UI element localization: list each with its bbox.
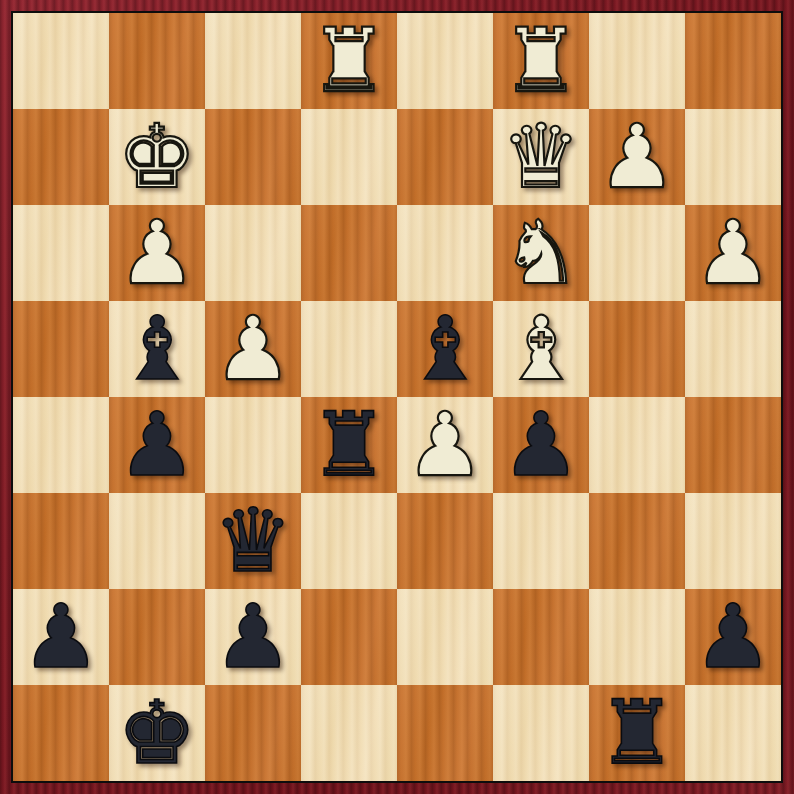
square-f1[interactable]	[493, 685, 589, 781]
black-bishop-piece-b5[interactable]: ♝	[109, 301, 205, 397]
white-pawn-piece-b6[interactable]: ♟	[109, 205, 205, 301]
black-king-piece-b1[interactable]: ♚	[109, 685, 205, 781]
white-pawn-piece-e4[interactable]: ♟	[397, 397, 493, 493]
square-f3[interactable]	[493, 493, 589, 589]
square-f5[interactable]: ♝	[493, 301, 589, 397]
square-c8[interactable]	[205, 13, 301, 109]
white-pawn-piece-c5[interactable]: ♟	[205, 301, 301, 397]
black-bishop-piece-e5[interactable]: ♝	[397, 301, 493, 397]
square-e7[interactable]	[397, 109, 493, 205]
black-rook-piece-d4[interactable]: ♜	[301, 397, 397, 493]
square-h1[interactable]	[685, 685, 781, 781]
square-b2[interactable]	[109, 589, 205, 685]
square-a5[interactable]	[13, 301, 109, 397]
square-h8[interactable]	[685, 13, 781, 109]
square-e2[interactable]	[397, 589, 493, 685]
square-c1[interactable]	[205, 685, 301, 781]
square-a8[interactable]	[13, 13, 109, 109]
square-g2[interactable]	[589, 589, 685, 685]
square-d3[interactable]	[301, 493, 397, 589]
white-king-piece-b7[interactable]: ♚	[109, 109, 205, 205]
square-f4[interactable]: ♟	[493, 397, 589, 493]
square-g4[interactable]	[589, 397, 685, 493]
square-e4[interactable]: ♟	[397, 397, 493, 493]
square-f7[interactable]: ♛	[493, 109, 589, 205]
square-g7[interactable]: ♟	[589, 109, 685, 205]
square-b4[interactable]: ♟	[109, 397, 205, 493]
white-bishop-piece-f5[interactable]: ♝	[493, 301, 589, 397]
black-pawn-piece-f4[interactable]: ♟	[493, 397, 589, 493]
square-a7[interactable]	[13, 109, 109, 205]
square-e1[interactable]	[397, 685, 493, 781]
square-d1[interactable]	[301, 685, 397, 781]
square-g6[interactable]	[589, 205, 685, 301]
white-rook-piece-d8[interactable]: ♜	[301, 13, 397, 109]
board-inner-border: ♜♜♚♛♟♟♞♟♝♟♝♝♟♜♟♟♛♟♟♟♚♜	[11, 11, 783, 783]
square-d8[interactable]: ♜	[301, 13, 397, 109]
black-queen-piece-c3[interactable]: ♛	[205, 493, 301, 589]
square-c2[interactable]: ♟	[205, 589, 301, 685]
black-rook-piece-g1[interactable]: ♜	[589, 685, 685, 781]
square-g3[interactable]	[589, 493, 685, 589]
square-f2[interactable]	[493, 589, 589, 685]
black-pawn-piece-a2[interactable]: ♟	[13, 589, 109, 685]
square-a2[interactable]: ♟	[13, 589, 109, 685]
square-a4[interactable]	[13, 397, 109, 493]
square-g1[interactable]: ♜	[589, 685, 685, 781]
square-c6[interactable]	[205, 205, 301, 301]
square-a1[interactable]	[13, 685, 109, 781]
square-d6[interactable]	[301, 205, 397, 301]
black-pawn-piece-b4[interactable]: ♟	[109, 397, 205, 493]
square-c7[interactable]	[205, 109, 301, 205]
square-e8[interactable]	[397, 13, 493, 109]
square-h6[interactable]: ♟	[685, 205, 781, 301]
square-d5[interactable]	[301, 301, 397, 397]
square-f6[interactable]: ♞	[493, 205, 589, 301]
square-a6[interactable]	[13, 205, 109, 301]
square-d2[interactable]	[301, 589, 397, 685]
board-frame: ♜♜♚♛♟♟♞♟♝♟♝♝♟♜♟♟♛♟♟♟♚♜	[0, 0, 794, 794]
square-d7[interactable]	[301, 109, 397, 205]
square-c5[interactable]: ♟	[205, 301, 301, 397]
square-e5[interactable]: ♝	[397, 301, 493, 397]
square-c3[interactable]: ♛	[205, 493, 301, 589]
square-e6[interactable]	[397, 205, 493, 301]
square-b8[interactable]	[109, 13, 205, 109]
chess-board: ♜♜♚♛♟♟♞♟♝♟♝♝♟♜♟♟♛♟♟♟♚♜	[13, 13, 781, 781]
square-h5[interactable]	[685, 301, 781, 397]
square-b3[interactable]	[109, 493, 205, 589]
white-pawn-piece-h6[interactable]: ♟	[685, 205, 781, 301]
square-d4[interactable]: ♜	[301, 397, 397, 493]
black-pawn-piece-c2[interactable]: ♟	[205, 589, 301, 685]
square-e3[interactable]	[397, 493, 493, 589]
white-knight-piece-f6[interactable]: ♞	[493, 205, 589, 301]
square-b6[interactable]: ♟	[109, 205, 205, 301]
square-g5[interactable]	[589, 301, 685, 397]
black-pawn-piece-h2[interactable]: ♟	[685, 589, 781, 685]
square-h7[interactable]	[685, 109, 781, 205]
square-b7[interactable]: ♚	[109, 109, 205, 205]
square-a3[interactable]	[13, 493, 109, 589]
square-g8[interactable]	[589, 13, 685, 109]
square-c4[interactable]	[205, 397, 301, 493]
white-queen-piece-f7[interactable]: ♛	[493, 109, 589, 205]
white-rook-piece-f8[interactable]: ♜	[493, 13, 589, 109]
square-h2[interactable]: ♟	[685, 589, 781, 685]
square-b1[interactable]: ♚	[109, 685, 205, 781]
square-f8[interactable]: ♜	[493, 13, 589, 109]
square-h3[interactable]	[685, 493, 781, 589]
square-b5[interactable]: ♝	[109, 301, 205, 397]
square-h4[interactable]	[685, 397, 781, 493]
white-pawn-piece-g7[interactable]: ♟	[589, 109, 685, 205]
